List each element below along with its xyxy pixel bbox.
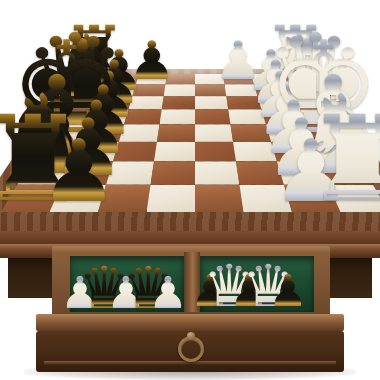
drawer-piece-white-pawn[interactable]: ♟ xyxy=(146,271,190,313)
piece-white-rook-h1[interactable]: ♜ xyxy=(298,100,380,209)
square-g5[interactable] xyxy=(151,161,195,184)
piece-black-pawn-h7[interactable]: ♟ xyxy=(36,128,122,207)
square-h4[interactable] xyxy=(195,185,243,212)
ring-pull-mount xyxy=(187,332,195,339)
square-g4[interactable] xyxy=(195,161,239,184)
drawer-front-rail xyxy=(36,314,344,331)
board-front-face xyxy=(0,231,380,245)
ring-pull-handle-icon[interactable] xyxy=(178,336,204,362)
chess-set-scene: ♜♞♝♛♚♝♞♜♟♟♟♟♟♟♟♟♟♟♟♟♟♟♟♟♜♞♝♛♚♝♞♜ ♟♛♟♛♟♟♛… xyxy=(0,0,380,380)
drawer-piece-black-pawn[interactable]: ♟ xyxy=(266,269,310,311)
square-h5[interactable] xyxy=(147,185,195,212)
